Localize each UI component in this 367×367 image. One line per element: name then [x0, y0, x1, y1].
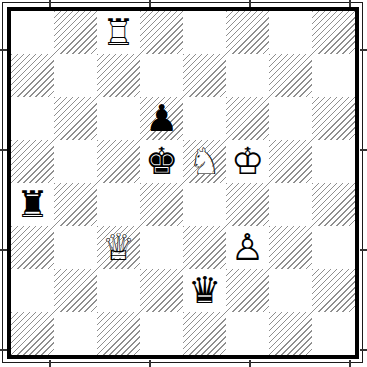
square-f3[interactable]: ♟♙	[226, 226, 269, 269]
square-a1[interactable]	[11, 312, 54, 355]
square-f8[interactable]	[226, 11, 269, 54]
square-d7[interactable]	[140, 54, 183, 97]
square-c5[interactable]	[97, 140, 140, 183]
square-h6[interactable]	[312, 97, 355, 140]
square-g3[interactable]	[269, 226, 312, 269]
square-d2[interactable]	[140, 269, 183, 312]
tick-mark	[49, 360, 51, 367]
square-b6[interactable]	[54, 97, 97, 140]
square-b7[interactable]	[54, 54, 97, 97]
board-frame: ♜♖♟♚♞♘♚♔♜♛♕♟♙♛	[7, 7, 359, 359]
square-c1[interactable]	[97, 312, 140, 355]
square-e1[interactable]	[183, 312, 226, 355]
square-h7[interactable]	[312, 54, 355, 97]
square-b5[interactable]	[54, 140, 97, 183]
piece-glyph: ♖	[97, 11, 140, 54]
square-h3[interactable]	[312, 226, 355, 269]
square-b2[interactable]	[54, 269, 97, 312]
tick-mark	[0, 149, 7, 151]
square-e2[interactable]: ♛	[183, 269, 226, 312]
square-d5[interactable]: ♚	[140, 140, 183, 183]
square-f7[interactable]	[226, 54, 269, 97]
tick-mark	[149, 0, 151, 7]
square-a4[interactable]: ♜	[11, 183, 54, 226]
square-c3[interactable]: ♛♕	[97, 226, 140, 269]
square-d8[interactable]	[140, 11, 183, 54]
square-b8[interactable]	[54, 11, 97, 54]
piece-white-rook: ♜♖	[97, 11, 140, 54]
square-e4[interactable]	[183, 183, 226, 226]
square-a8[interactable]	[11, 11, 54, 54]
square-a5[interactable]	[11, 140, 54, 183]
chess-diagram: ♜♖♟♚♞♘♚♔♜♛♕♟♙♛	[0, 0, 367, 367]
square-a6[interactable]	[11, 97, 54, 140]
square-d6[interactable]: ♟	[140, 97, 183, 140]
tick-mark	[349, 360, 351, 367]
square-e5[interactable]: ♞♘	[183, 140, 226, 183]
piece-black-pawn: ♟	[140, 97, 183, 140]
square-a2[interactable]	[11, 269, 54, 312]
tick-mark	[360, 149, 367, 151]
piece-black-rook: ♜	[11, 183, 54, 226]
tick-mark	[0, 49, 7, 51]
square-f1[interactable]	[226, 312, 269, 355]
square-c7[interactable]	[97, 54, 140, 97]
tick-mark	[360, 349, 367, 351]
piece-glyph: ♘	[183, 140, 226, 183]
piece-glyph: ♙	[226, 226, 269, 269]
piece-white-queen: ♛♕	[97, 226, 140, 269]
square-g1[interactable]	[269, 312, 312, 355]
tick-mark	[360, 49, 367, 51]
square-b4[interactable]	[54, 183, 97, 226]
square-d1[interactable]	[140, 312, 183, 355]
square-e8[interactable]	[183, 11, 226, 54]
square-a3[interactable]	[11, 226, 54, 269]
piece-glyph: ♚	[140, 140, 183, 183]
piece-black-queen: ♛	[183, 269, 226, 312]
square-h2[interactable]	[312, 269, 355, 312]
piece-glyph: ♕	[97, 226, 140, 269]
tick-mark	[0, 349, 7, 351]
piece-black-king: ♚	[140, 140, 183, 183]
square-e6[interactable]	[183, 97, 226, 140]
square-f2[interactable]	[226, 269, 269, 312]
piece-glyph: ♛	[183, 269, 226, 312]
tick-mark	[0, 249, 7, 251]
square-b3[interactable]	[54, 226, 97, 269]
tick-mark	[349, 0, 351, 7]
square-g6[interactable]	[269, 97, 312, 140]
square-g8[interactable]	[269, 11, 312, 54]
square-c2[interactable]	[97, 269, 140, 312]
square-h4[interactable]	[312, 183, 355, 226]
tick-mark	[360, 249, 367, 251]
piece-glyph: ♜	[11, 183, 54, 226]
square-f6[interactable]	[226, 97, 269, 140]
square-c4[interactable]	[97, 183, 140, 226]
square-h1[interactable]	[312, 312, 355, 355]
piece-glyph: ♔	[226, 140, 269, 183]
square-a7[interactable]	[11, 54, 54, 97]
square-d4[interactable]	[140, 183, 183, 226]
square-f5[interactable]: ♚♔	[226, 140, 269, 183]
piece-glyph: ♟	[140, 97, 183, 140]
square-c6[interactable]	[97, 97, 140, 140]
piece-white-pawn: ♟♙	[226, 226, 269, 269]
square-h5[interactable]	[312, 140, 355, 183]
tick-mark	[249, 0, 251, 7]
square-d3[interactable]	[140, 226, 183, 269]
chessboard: ♜♖♟♚♞♘♚♔♜♛♕♟♙♛	[11, 11, 355, 355]
square-c8[interactable]: ♜♖	[97, 11, 140, 54]
tick-mark	[249, 360, 251, 367]
square-f4[interactable]	[226, 183, 269, 226]
square-h8[interactable]	[312, 11, 355, 54]
square-b1[interactable]	[54, 312, 97, 355]
square-g7[interactable]	[269, 54, 312, 97]
square-g2[interactable]	[269, 269, 312, 312]
square-e3[interactable]	[183, 226, 226, 269]
square-g5[interactable]	[269, 140, 312, 183]
piece-white-king: ♚♔	[226, 140, 269, 183]
tick-mark	[49, 0, 51, 7]
square-e7[interactable]	[183, 54, 226, 97]
tick-mark	[149, 360, 151, 367]
piece-white-knight: ♞♘	[183, 140, 226, 183]
square-g4[interactable]	[269, 183, 312, 226]
